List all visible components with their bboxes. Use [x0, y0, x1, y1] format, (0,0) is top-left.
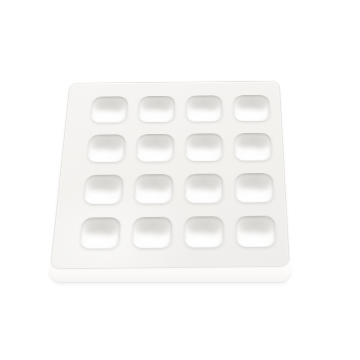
- board: [50, 81, 290, 270]
- well-r2c3[interactable]: [186, 133, 223, 161]
- well-r4c4[interactable]: [236, 216, 276, 247]
- well-r2c1[interactable]: [87, 134, 126, 162]
- photo-scene: [0, 0, 360, 360]
- well-r1c1[interactable]: [91, 96, 129, 122]
- board-plate: [50, 19, 296, 269]
- well-r2c4[interactable]: [234, 133, 272, 161]
- well-r1c3[interactable]: [186, 95, 222, 121]
- well-r3c3[interactable]: [185, 173, 223, 203]
- well-r4c2[interactable]: [132, 217, 172, 248]
- well-r3c2[interactable]: [134, 174, 173, 204]
- well-r4c3[interactable]: [184, 216, 223, 247]
- well-r1c4[interactable]: [234, 95, 271, 121]
- well-r3c1[interactable]: [84, 175, 124, 205]
- well-r1c2[interactable]: [138, 96, 175, 122]
- well-r3c4[interactable]: [235, 173, 274, 203]
- well-r4c1[interactable]: [80, 217, 121, 248]
- well-r2c2[interactable]: [136, 134, 174, 162]
